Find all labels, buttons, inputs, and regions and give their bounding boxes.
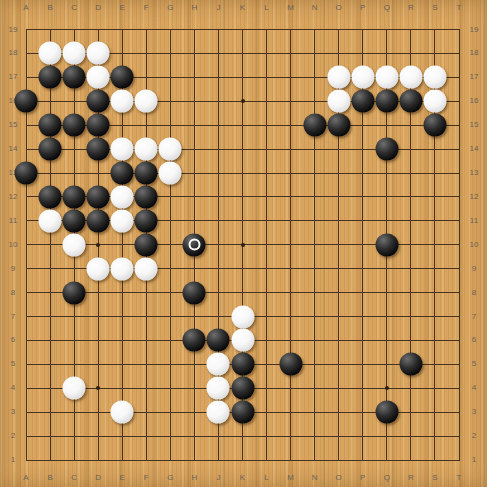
white-stone-r17 <box>399 66 422 89</box>
coord-label-top-h: H <box>192 4 198 12</box>
white-stone-q17 <box>375 66 398 89</box>
black-stone-q14 <box>375 138 398 161</box>
coord-label-bottom-c: C <box>71 474 77 482</box>
coord-label-right-9: 9 <box>472 265 476 273</box>
coord-label-right-4: 4 <box>472 384 476 392</box>
white-stone-b11 <box>39 209 62 232</box>
coord-label-top-o: O <box>336 4 342 12</box>
coord-label-left-17: 17 <box>9 73 18 81</box>
coord-label-top-j: J <box>216 4 220 12</box>
coord-label-right-10: 10 <box>470 241 479 249</box>
white-stone-d18 <box>87 42 110 65</box>
coord-label-right-8: 8 <box>472 289 476 297</box>
coord-label-right-13: 13 <box>470 169 479 177</box>
coord-label-bottom-e: E <box>120 474 125 482</box>
white-stone-o17 <box>327 66 350 89</box>
black-stone-c15 <box>63 114 86 137</box>
white-stone-c10 <box>63 233 86 256</box>
coord-label-bottom-b: B <box>47 474 52 482</box>
coord-label-top-t: T <box>457 4 462 12</box>
white-stone-o16 <box>327 90 350 113</box>
coord-label-bottom-t: T <box>457 474 462 482</box>
white-stone-e9 <box>111 257 134 280</box>
coord-label-right-6: 6 <box>472 336 476 344</box>
coord-label-top-c: C <box>71 4 77 12</box>
coord-label-bottom-r: R <box>408 474 414 482</box>
black-stone-d11 <box>87 209 110 232</box>
grid-line-horizontal <box>26 173 460 174</box>
coord-label-top-p: P <box>360 4 365 12</box>
coord-label-right-2: 2 <box>472 432 476 440</box>
grid-line-vertical <box>266 30 267 462</box>
coord-label-top-k: K <box>240 4 245 12</box>
white-stone-g14 <box>159 138 182 161</box>
white-stone-s17 <box>423 66 446 89</box>
coord-label-bottom-l: L <box>264 474 268 482</box>
black-stone-h10 <box>183 233 206 256</box>
coord-label-right-19: 19 <box>470 26 479 34</box>
go-board[interactable]: AABBCCDDEEFFGGHHJJKKLLMMNNOOPPQQRRSSTT19… <box>0 0 487 487</box>
coord-label-left-3: 3 <box>11 408 15 416</box>
coord-label-bottom-q: Q <box>384 474 390 482</box>
coord-label-top-a: A <box>23 4 28 12</box>
coord-label-top-g: G <box>167 4 173 12</box>
black-stone-d16 <box>87 90 110 113</box>
black-stone-k5 <box>231 353 254 376</box>
white-stone-c18 <box>63 42 86 65</box>
last-move-marker <box>188 239 200 251</box>
black-stone-f10 <box>135 233 158 256</box>
star-point-k16 <box>241 99 245 103</box>
coord-label-bottom-m: M <box>287 474 294 482</box>
coord-label-top-m: M <box>287 4 294 12</box>
grid-line-horizontal <box>26 292 460 293</box>
coord-label-top-l: L <box>264 4 268 12</box>
black-stone-n15 <box>303 114 326 137</box>
black-stone-b12 <box>39 185 62 208</box>
white-stone-b18 <box>39 42 62 65</box>
coord-label-bottom-a: A <box>23 474 28 482</box>
black-stone-e17 <box>111 66 134 89</box>
coord-label-left-12: 12 <box>9 193 18 201</box>
white-stone-f16 <box>135 90 158 113</box>
coord-label-right-18: 18 <box>470 49 479 57</box>
coord-label-right-16: 16 <box>470 97 479 105</box>
coord-label-top-b: B <box>47 4 52 12</box>
black-stone-b14 <box>39 138 62 161</box>
coord-label-bottom-s: S <box>432 474 437 482</box>
coord-label-right-14: 14 <box>470 145 479 153</box>
white-stone-f14 <box>135 138 158 161</box>
white-stone-j3 <box>207 401 230 424</box>
coord-label-right-15: 15 <box>470 121 479 129</box>
black-stone-k4 <box>231 377 254 400</box>
coord-label-top-f: F <box>144 4 149 12</box>
coord-label-right-17: 17 <box>470 73 479 81</box>
black-stone-c11 <box>63 209 86 232</box>
black-stone-h6 <box>183 329 206 352</box>
grid-line-vertical <box>50 30 51 462</box>
coord-label-right-1: 1 <box>472 456 476 464</box>
black-stone-q16 <box>375 90 398 113</box>
coord-label-right-5: 5 <box>472 360 476 368</box>
black-stone-m5 <box>279 353 302 376</box>
black-stone-s15 <box>423 114 446 137</box>
coord-label-bottom-f: F <box>144 474 149 482</box>
white-stone-e14 <box>111 138 134 161</box>
white-stone-e11 <box>111 209 134 232</box>
grid-line-vertical <box>314 30 315 462</box>
white-stone-d9 <box>87 257 110 280</box>
coord-label-left-18: 18 <box>9 49 18 57</box>
white-stone-f9 <box>135 257 158 280</box>
grid-line-horizontal <box>26 436 460 437</box>
black-stone-c17 <box>63 66 86 89</box>
black-stone-e13 <box>111 162 134 185</box>
grid-line-horizontal <box>26 29 460 30</box>
coord-label-bottom-h: H <box>192 474 198 482</box>
grid-line-horizontal <box>26 460 460 461</box>
star-point-d4 <box>96 386 100 390</box>
white-stone-k6 <box>231 329 254 352</box>
white-stone-s16 <box>423 90 446 113</box>
coord-label-bottom-g: G <box>167 474 173 482</box>
black-stone-a13 <box>15 162 38 185</box>
black-stone-j6 <box>207 329 230 352</box>
black-stone-r16 <box>399 90 422 113</box>
white-stone-d17 <box>87 66 110 89</box>
coord-label-left-14: 14 <box>9 145 18 153</box>
black-stone-f13 <box>135 162 158 185</box>
coord-label-bottom-n: N <box>312 474 318 482</box>
black-stone-f12 <box>135 185 158 208</box>
black-stone-d12 <box>87 185 110 208</box>
coord-label-right-7: 7 <box>472 313 476 321</box>
white-stone-e12 <box>111 185 134 208</box>
grid-line-vertical <box>170 30 171 462</box>
coord-label-left-11: 11 <box>9 217 17 225</box>
white-stone-e3 <box>111 401 134 424</box>
black-stone-a16 <box>15 90 38 113</box>
white-stone-c4 <box>63 377 86 400</box>
star-point-q4 <box>385 386 389 390</box>
black-stone-q10 <box>375 233 398 256</box>
black-stone-r5 <box>399 353 422 376</box>
coord-label-left-15: 15 <box>9 121 18 129</box>
black-stone-d14 <box>87 138 110 161</box>
coord-label-top-s: S <box>432 4 437 12</box>
black-stone-d15 <box>87 114 110 137</box>
coord-label-top-q: Q <box>384 4 390 12</box>
coord-label-left-6: 6 <box>11 336 15 344</box>
black-stone-b17 <box>39 66 62 89</box>
white-stone-e16 <box>111 90 134 113</box>
coord-label-bottom-p: P <box>360 474 365 482</box>
white-stone-p17 <box>351 66 374 89</box>
black-stone-b15 <box>39 114 62 137</box>
coord-label-left-10: 10 <box>9 241 18 249</box>
coord-label-right-12: 12 <box>470 193 479 201</box>
coord-label-left-9: 9 <box>11 265 15 273</box>
coord-label-left-7: 7 <box>11 313 15 321</box>
star-point-k10 <box>241 243 245 247</box>
black-stone-k3 <box>231 401 254 424</box>
black-stone-c8 <box>63 281 86 304</box>
coord-label-right-3: 3 <box>472 408 476 416</box>
coord-label-top-d: D <box>95 4 101 12</box>
white-stone-j5 <box>207 353 230 376</box>
coord-label-top-r: R <box>408 4 414 12</box>
coord-label-right-11: 11 <box>470 217 478 225</box>
black-stone-p16 <box>351 90 374 113</box>
coord-label-left-5: 5 <box>11 360 15 368</box>
coord-label-bottom-d: D <box>95 474 101 482</box>
coord-label-left-8: 8 <box>11 289 15 297</box>
coord-label-top-e: E <box>120 4 125 12</box>
grid-line-vertical <box>290 30 291 462</box>
black-stone-o15 <box>327 114 350 137</box>
coord-label-bottom-k: K <box>240 474 245 482</box>
black-stone-f11 <box>135 209 158 232</box>
coord-label-bottom-o: O <box>336 474 342 482</box>
coord-label-left-4: 4 <box>11 384 15 392</box>
black-stone-h8 <box>183 281 206 304</box>
star-point-d10 <box>96 243 100 247</box>
white-stone-k7 <box>231 305 254 328</box>
grid-line-vertical <box>459 30 460 462</box>
coord-label-left-19: 19 <box>9 26 18 34</box>
white-stone-g13 <box>159 162 182 185</box>
coord-label-top-n: N <box>312 4 318 12</box>
black-stone-q3 <box>375 401 398 424</box>
black-stone-c12 <box>63 185 86 208</box>
coord-label-left-2: 2 <box>11 432 15 440</box>
white-stone-j4 <box>207 377 230 400</box>
coord-label-left-1: 1 <box>11 456 15 464</box>
coord-label-bottom-j: J <box>216 474 220 482</box>
